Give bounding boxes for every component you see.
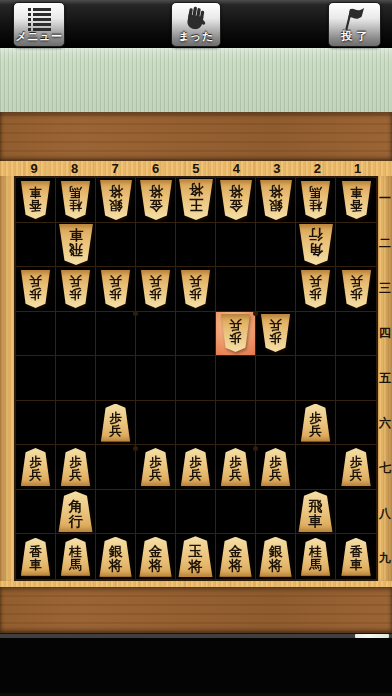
board-square[interactable]: [136, 312, 176, 357]
board-square[interactable]: [336, 401, 376, 446]
shogi-piece-gote[interactable]: 歩兵: [341, 270, 372, 308]
board-square[interactable]: [96, 312, 136, 357]
piece-shadow-wrap: 桂馬: [60, 538, 91, 576]
board-square[interactable]: [256, 267, 296, 312]
board-square[interactable]: [16, 223, 56, 268]
piece-kanji: 飛: [309, 499, 323, 513]
piece-shadow-wrap: 歩兵: [300, 270, 331, 308]
shogi-piece-gote[interactable]: 歩兵: [20, 270, 51, 308]
board-square[interactable]: [16, 356, 56, 401]
shogi-piece-sente[interactable]: 銀将: [259, 537, 293, 577]
board-square[interactable]: [216, 490, 256, 535]
board-left-margin: [0, 176, 14, 581]
board-square[interactable]: 歩兵: [96, 267, 136, 312]
board-square[interactable]: [336, 356, 376, 401]
piece-kanji: 将: [149, 559, 163, 573]
board-square[interactable]: 歩兵: [176, 445, 216, 490]
shogi-piece-sente[interactable]: 香車: [20, 538, 51, 576]
piece-kanji: 将: [189, 184, 203, 198]
piece-shadow-wrap: 歩兵: [60, 270, 91, 308]
rank-label: 四: [378, 311, 392, 356]
board-square[interactable]: 王将: [176, 178, 216, 223]
piece-shadow-wrap: 飛車: [298, 491, 334, 532]
piece-shadow-wrap: 歩兵: [260, 314, 291, 352]
board-square[interactable]: 香車: [336, 534, 376, 579]
board-square[interactable]: [136, 401, 176, 446]
board-square[interactable]: 香車: [16, 534, 56, 579]
file-label: 7: [95, 161, 135, 176]
board-square[interactable]: 歩兵: [96, 401, 136, 446]
rank-label: 一: [378, 176, 392, 221]
piece-shadow-wrap: 歩兵: [180, 448, 211, 486]
board-square[interactable]: [136, 356, 176, 401]
board-square[interactable]: 歩兵: [216, 445, 256, 490]
shogi-piece-sente[interactable]: 歩兵: [20, 448, 51, 486]
board-square[interactable]: [136, 490, 176, 535]
board-square[interactable]: 歩兵: [56, 267, 96, 312]
piece-shadow-wrap: 角行: [58, 491, 94, 532]
piece-kanji: 角: [309, 242, 323, 256]
file-label: 5: [176, 161, 216, 176]
menu-button[interactable]: メニュー: [13, 2, 65, 47]
piece-kanji: 馬: [69, 559, 82, 572]
piece-kanji: 将: [269, 184, 283, 198]
piece-shadow-wrap: 銀将: [259, 537, 293, 577]
board: 香車桂馬銀将金将王将金将銀将桂馬香車飛車角行歩兵歩兵歩兵歩兵歩兵歩兵歩兵歩兵歩兵…: [0, 176, 392, 581]
board-square[interactable]: 銀将: [256, 534, 296, 579]
piece-kanji: 兵: [189, 469, 202, 482]
resign-button-label: 投 了: [329, 29, 380, 44]
board-square[interactable]: 桂馬: [296, 178, 336, 223]
matta-button-label: まった: [172, 29, 220, 44]
piece-kanji: 馬: [69, 185, 82, 198]
piece-shadow-wrap: 桂馬: [300, 538, 331, 576]
board-square[interactable]: [176, 223, 216, 268]
board-square[interactable]: 歩兵: [216, 312, 256, 357]
piece-kanji: 車: [350, 559, 363, 572]
board-square[interactable]: 銀将: [96, 178, 136, 223]
board-square[interactable]: [256, 490, 296, 535]
shogi-piece-sente[interactable]: 歩兵: [140, 448, 171, 486]
shogi-piece-gote[interactable]: 桂馬: [300, 181, 331, 219]
board-square[interactable]: 歩兵: [296, 401, 336, 446]
piece-kanji: 兵: [69, 469, 82, 482]
piece-kanji: 車: [29, 559, 42, 572]
file-label: 2: [297, 161, 337, 176]
piece-kanji: 将: [109, 184, 123, 198]
file-label: 8: [54, 161, 94, 176]
shogi-piece-sente[interactable]: 香車: [341, 538, 372, 576]
board-square[interactable]: [176, 356, 216, 401]
file-label: 4: [216, 161, 256, 176]
piece-shadow-wrap: 歩兵: [140, 270, 171, 308]
shogi-piece-gote[interactable]: 歩兵: [180, 270, 211, 308]
board-square[interactable]: [176, 490, 216, 535]
board-square[interactable]: [296, 312, 336, 357]
shogi-piece-sente[interactable]: 桂馬: [60, 538, 91, 576]
board-square[interactable]: 香車: [336, 178, 376, 223]
shogi-piece-gote[interactable]: 銀将: [259, 180, 293, 220]
shogi-piece-gote[interactable]: 歩兵: [140, 270, 171, 308]
board-square[interactable]: [96, 445, 136, 490]
tatami-background: [0, 48, 392, 112]
board-square[interactable]: [16, 401, 56, 446]
shogi-piece-gote[interactable]: 歩兵: [300, 270, 331, 308]
board-square[interactable]: 歩兵: [336, 267, 376, 312]
piece-shadow-wrap: 金将: [139, 537, 173, 577]
piece-shadow-wrap: 歩兵: [220, 314, 251, 352]
piece-shadow-wrap: 玉将: [178, 536, 214, 577]
file-label: 1: [338, 161, 378, 176]
piece-kanji: 将: [229, 184, 243, 198]
menu-button-label: メニュー: [14, 29, 64, 44]
piece-kanji: 車: [309, 514, 323, 528]
board-square[interactable]: [96, 490, 136, 535]
shogi-piece-sente[interactable]: 角行: [58, 491, 94, 532]
shogi-piece-sente[interactable]: 桂馬: [300, 538, 331, 576]
file-label: 6: [135, 161, 175, 176]
board-square[interactable]: 角行: [296, 223, 336, 268]
board-square[interactable]: [16, 490, 56, 535]
file-label: 9: [14, 161, 54, 176]
piece-kanji: 角: [69, 499, 83, 513]
board-square[interactable]: 金将: [136, 534, 176, 579]
piece-kanji: 行: [309, 228, 323, 242]
board-square[interactable]: 金将: [136, 178, 176, 223]
board-square[interactable]: [56, 401, 96, 446]
piece-kanji: 兵: [189, 274, 202, 287]
piece-kanji: 将: [149, 184, 163, 198]
piece-shadow-wrap: 角行: [298, 224, 334, 265]
resign-button[interactable]: 投 了: [328, 2, 381, 47]
piece-kanji: 兵: [229, 469, 242, 482]
board-square[interactable]: 歩兵: [136, 445, 176, 490]
rank-label: 七: [378, 446, 392, 491]
piece-kanji: 玉: [189, 544, 203, 558]
board-square[interactable]: [176, 312, 216, 357]
shogi-piece-gote[interactable]: 飛車: [58, 224, 94, 265]
shogi-piece-sente[interactable]: 歩兵: [220, 448, 251, 486]
shogi-piece-gote[interactable]: 歩兵: [60, 270, 91, 308]
board-square[interactable]: 歩兵: [256, 445, 296, 490]
piece-kanji: 兵: [149, 469, 162, 482]
piece-kanji: 歩: [269, 331, 282, 344]
board-square[interactable]: 歩兵: [256, 312, 296, 357]
shogi-piece-sente[interactable]: 歩兵: [300, 404, 331, 442]
board-square[interactable]: 香車: [16, 178, 56, 223]
board-grid: 香車桂馬銀将金将王将金将銀将桂馬香車飛車角行歩兵歩兵歩兵歩兵歩兵歩兵歩兵歩兵歩兵…: [14, 176, 378, 581]
piece-kanji: 馬: [309, 559, 322, 572]
piece-shadow-wrap: 歩兵: [220, 448, 251, 486]
piece-kanji: 兵: [29, 469, 42, 482]
board-square[interactable]: [176, 401, 216, 446]
piece-kanji: 兵: [269, 469, 282, 482]
piece-shadow-wrap: 香車: [20, 181, 51, 219]
piece-shadow-wrap: 歩兵: [20, 448, 51, 486]
piece-shadow-wrap: 歩兵: [140, 448, 171, 486]
piece-shadow-wrap: 歩兵: [260, 448, 291, 486]
board-square[interactable]: [256, 223, 296, 268]
board-square[interactable]: [96, 223, 136, 268]
shogi-piece-gote[interactable]: 桂馬: [60, 181, 91, 219]
shogi-piece-gote[interactable]: 歩兵: [100, 270, 131, 308]
board-square[interactable]: 銀将: [256, 178, 296, 223]
piece-shadow-wrap: 歩兵: [180, 270, 211, 308]
rank-label: 三: [378, 266, 392, 311]
piece-shadow-wrap: 香車: [20, 538, 51, 576]
board-square[interactable]: [296, 445, 336, 490]
board-square[interactable]: 歩兵: [16, 445, 56, 490]
board-square[interactable]: 桂馬: [296, 534, 336, 579]
piece-shadow-wrap: 飛車: [58, 224, 94, 265]
piece-kanji: 行: [69, 514, 83, 528]
piece-shadow-wrap: 桂馬: [300, 181, 331, 219]
shogi-piece-sente[interactable]: 玉将: [178, 536, 214, 577]
board-square[interactable]: 銀将: [96, 534, 136, 579]
shogi-piece-sente[interactable]: 銀将: [99, 537, 133, 577]
base-line: [0, 633, 392, 638]
piece-kanji: 兵: [149, 274, 162, 287]
shogi-piece-gote[interactable]: 銀将: [99, 180, 133, 220]
piece-shadow-wrap: 香車: [341, 181, 372, 219]
piece-shadow-wrap: 歩兵: [341, 270, 372, 308]
shogi-piece-gote[interactable]: 金将: [139, 180, 173, 220]
shogi-piece-gote[interactable]: 歩兵: [260, 314, 291, 352]
board-square[interactable]: [136, 223, 176, 268]
board-square[interactable]: [216, 267, 256, 312]
file-labels: 987654321: [0, 161, 392, 176]
shogi-piece-gote[interactable]: 香車: [341, 181, 372, 219]
piece-kanji: 兵: [109, 425, 122, 438]
piece-shadow-wrap: 歩兵: [100, 270, 131, 308]
board-square[interactable]: [96, 356, 136, 401]
piece-shadow-wrap: 銀将: [99, 180, 133, 220]
rank-label: 六: [378, 401, 392, 446]
piece-kanji: 車: [69, 228, 83, 242]
piece-kanji: 兵: [109, 274, 122, 287]
board-square[interactable]: 玉将: [176, 534, 216, 579]
piece-shadow-wrap: 歩兵: [20, 270, 51, 308]
shogi-piece-gote[interactable]: 王将: [178, 179, 214, 220]
shogi-piece-gote[interactable]: 金将: [219, 180, 253, 220]
piece-kanji: 車: [350, 185, 363, 198]
toolbar: メニュー まった: [0, 0, 392, 48]
piece-shadow-wrap: 王将: [178, 179, 214, 220]
board-square[interactable]: [336, 490, 376, 535]
piece-shadow-wrap: 金将: [219, 180, 253, 220]
piece-shadow-wrap: 銀将: [259, 180, 293, 220]
matta-undo-button[interactable]: まった: [171, 2, 221, 47]
shogi-piece-sente[interactable]: 金将: [139, 537, 173, 577]
shogi-piece-sente[interactable]: 歩兵: [341, 448, 372, 486]
base-highlight-strip: [355, 634, 389, 638]
board-square[interactable]: 歩兵: [56, 445, 96, 490]
piece-kanji: 兵: [29, 274, 42, 287]
piece-kanji: 将: [269, 559, 283, 573]
piece-kanji: 兵: [69, 274, 82, 287]
shogi-piece-sente[interactable]: 歩兵: [60, 448, 91, 486]
piece-kanji: 将: [229, 559, 243, 573]
shogi-piece-gote[interactable]: 香車: [20, 181, 51, 219]
board-square[interactable]: [256, 401, 296, 446]
rank-label: 二: [378, 221, 392, 266]
piece-kanji: 兵: [309, 274, 322, 287]
board-square[interactable]: 飛車: [56, 223, 96, 268]
board-square[interactable]: [216, 223, 256, 268]
board-square[interactable]: [16, 312, 56, 357]
piece-shadow-wrap: 香車: [341, 538, 372, 576]
piece-kanji: 将: [189, 559, 203, 573]
rank-label: 九: [378, 536, 392, 581]
board-square[interactable]: 歩兵: [176, 267, 216, 312]
rank-labels: 一二三四五六七八九: [378, 176, 392, 581]
piece-kanji: 兵: [269, 319, 282, 332]
piece-shadow-wrap: 金将: [139, 180, 173, 220]
piece-shadow-wrap: 歩兵: [100, 404, 131, 442]
piece-shadow-wrap: 歩兵: [60, 448, 91, 486]
shogi-piece-sente[interactable]: 歩兵: [260, 448, 291, 486]
board-square[interactable]: 桂馬: [56, 534, 96, 579]
rank-label: 八: [378, 491, 392, 536]
piece-shadow-wrap: 歩兵: [341, 448, 372, 486]
piece-kanji: 王: [189, 198, 203, 212]
board-square[interactable]: [336, 223, 376, 268]
board-square[interactable]: 歩兵: [136, 267, 176, 312]
board-frame-top: [0, 112, 392, 161]
piece-kanji: 車: [29, 185, 42, 198]
rank-label: 五: [378, 356, 392, 401]
shogi-piece-sente[interactable]: 歩兵: [100, 404, 131, 442]
piece-shadow-wrap: 歩兵: [300, 404, 331, 442]
board-square[interactable]: 角行: [56, 490, 96, 535]
board-square[interactable]: [216, 356, 256, 401]
shogi-piece-gote[interactable]: 歩兵: [220, 314, 251, 352]
footer-black-area: [0, 638, 392, 696]
piece-kanji: 歩: [229, 331, 242, 344]
shogi-piece-sente[interactable]: 歩兵: [180, 448, 211, 486]
piece-kanji: 兵: [309, 425, 322, 438]
board-square[interactable]: 歩兵: [336, 445, 376, 490]
shogi-piece-gote[interactable]: 角行: [298, 224, 334, 265]
piece-kanji: 兵: [350, 469, 363, 482]
piece-kanji: 将: [109, 559, 123, 573]
piece-kanji: 馬: [309, 185, 322, 198]
board-frame-bottom: [0, 587, 392, 633]
board-square[interactable]: 歩兵: [16, 267, 56, 312]
board-square[interactable]: [56, 312, 96, 357]
file-label: 3: [257, 161, 297, 176]
board-square[interactable]: [216, 401, 256, 446]
board-square[interactable]: [336, 312, 376, 357]
board-square[interactable]: 歩兵: [296, 267, 336, 312]
piece-kanji: 兵: [229, 319, 242, 332]
shogi-piece-sente[interactable]: 飛車: [298, 491, 334, 532]
piece-shadow-wrap: 銀将: [99, 537, 133, 577]
piece-kanji: 飛: [69, 242, 83, 256]
board-square[interactable]: 桂馬: [56, 178, 96, 223]
board-square[interactable]: [256, 356, 296, 401]
board-square[interactable]: 金将: [216, 534, 256, 579]
board-square[interactable]: [296, 356, 336, 401]
piece-shadow-wrap: 金将: [219, 537, 253, 577]
shogi-app-screen: メニュー まった: [0, 0, 392, 696]
piece-kanji: 兵: [350, 274, 363, 287]
board-square[interactable]: 飛車: [296, 490, 336, 535]
board-square[interactable]: [56, 356, 96, 401]
piece-shadow-wrap: 桂馬: [60, 181, 91, 219]
board-square[interactable]: 金将: [216, 178, 256, 223]
shogi-piece-sente[interactable]: 金将: [219, 537, 253, 577]
